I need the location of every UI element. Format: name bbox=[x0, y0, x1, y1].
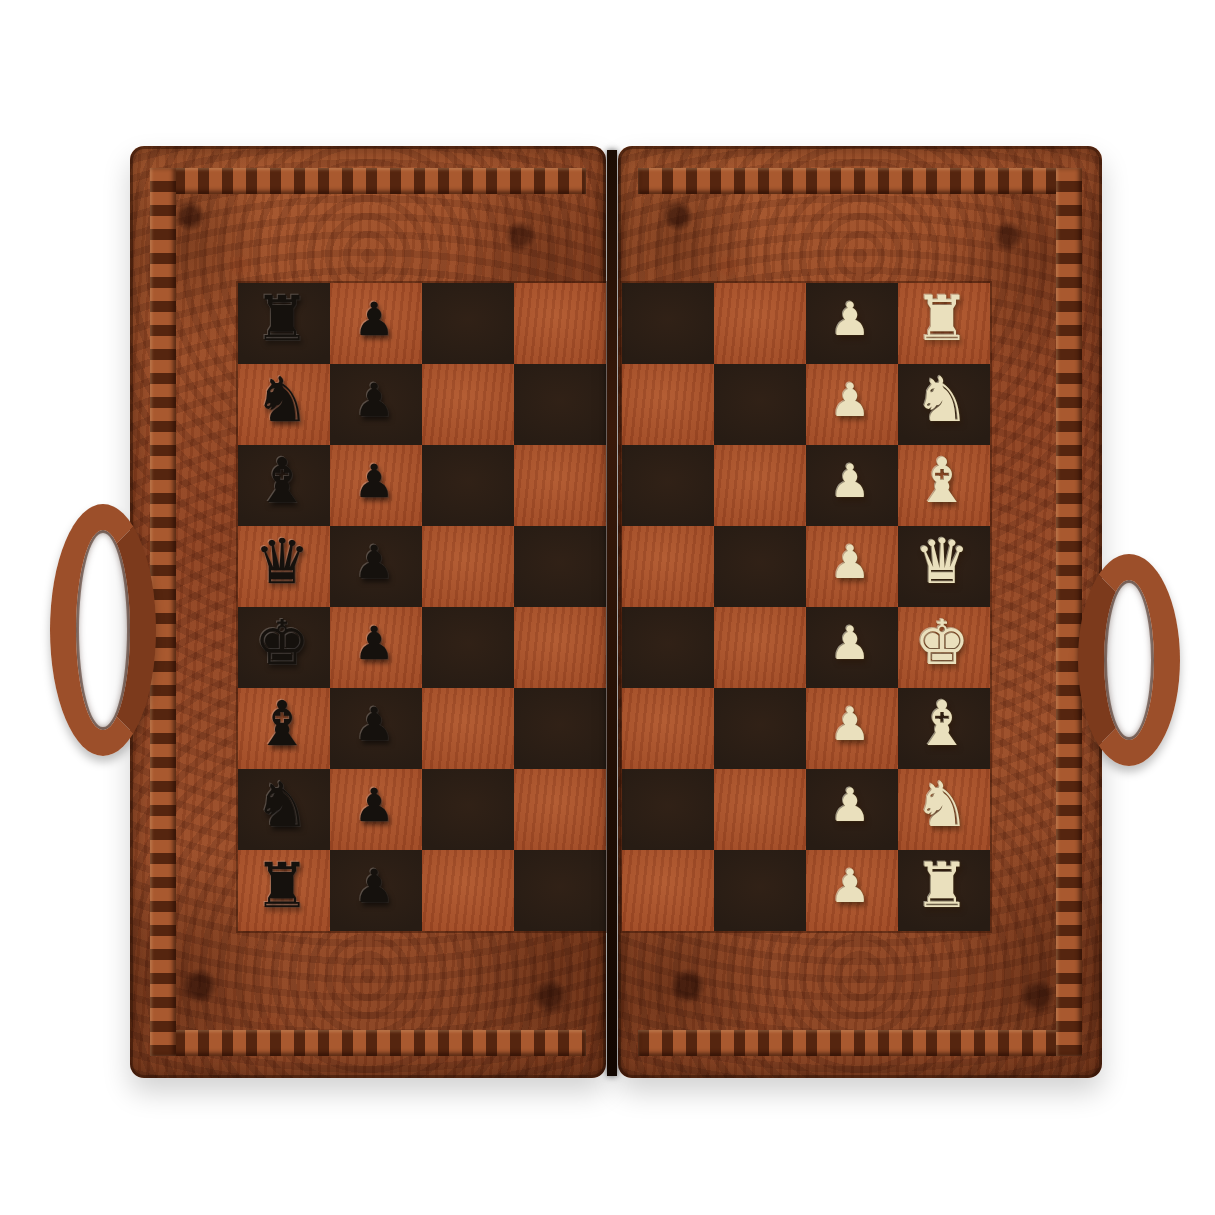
photo-scene: ♜♟♞♟♝♟♛♟♚♟♝♟♞♟♜♟ ♟♜♟♞♟♝♟♛♟♚♟♝♟♞♟♜ bbox=[0, 0, 1215, 1215]
white-pawn-piece[interactable]: ♟ bbox=[829, 539, 870, 585]
square-r4c1[interactable]: ♛ bbox=[238, 526, 330, 607]
square-r7c1[interactable]: ♞ bbox=[238, 769, 330, 850]
square-r8c5[interactable] bbox=[622, 850, 714, 931]
square-r2c1[interactable]: ♞ bbox=[238, 364, 330, 445]
square-r6c1[interactable]: ♝ bbox=[238, 688, 330, 769]
black-bishop-piece[interactable]: ♝ bbox=[254, 450, 310, 512]
white-pawn-piece[interactable]: ♟ bbox=[829, 782, 870, 828]
dentil-border bbox=[638, 1030, 1082, 1056]
white-pawn-piece[interactable]: ♟ bbox=[829, 458, 870, 504]
square-r2c3[interactable] bbox=[422, 364, 514, 445]
black-bishop-piece[interactable]: ♝ bbox=[254, 693, 310, 755]
square-r6c7[interactable]: ♟ bbox=[806, 688, 898, 769]
dentil-border bbox=[150, 1030, 586, 1056]
square-r8c1[interactable]: ♜ bbox=[238, 850, 330, 931]
black-rook-piece[interactable]: ♜ bbox=[254, 855, 310, 917]
square-r4c2[interactable]: ♟ bbox=[330, 526, 422, 607]
board-right-half: ♟♜♟♞♟♝♟♛♟♚♟♝♟♞♟♜ bbox=[618, 146, 1102, 1078]
square-r2c6[interactable] bbox=[714, 364, 806, 445]
white-rook-piece[interactable]: ♜ bbox=[914, 855, 970, 917]
square-r7c7[interactable]: ♟ bbox=[806, 769, 898, 850]
square-r8c2[interactable]: ♟ bbox=[330, 850, 422, 931]
white-rook-piece[interactable]: ♜ bbox=[914, 288, 970, 350]
square-r5c3[interactable] bbox=[422, 607, 514, 688]
left-carved-handle bbox=[50, 504, 156, 756]
square-r1c1[interactable]: ♜ bbox=[238, 283, 330, 364]
square-r4c3[interactable] bbox=[422, 526, 514, 607]
white-knight-piece[interactable]: ♞ bbox=[914, 774, 970, 836]
black-queen-piece[interactable]: ♛ bbox=[254, 531, 310, 593]
square-r7c5[interactable] bbox=[622, 769, 714, 850]
square-r2c5[interactable] bbox=[622, 364, 714, 445]
black-pawn-piece[interactable]: ♟ bbox=[353, 539, 394, 585]
white-king-piece[interactable]: ♚ bbox=[914, 612, 970, 674]
black-pawn-piece[interactable]: ♟ bbox=[353, 458, 394, 504]
square-r7c4[interactable] bbox=[514, 769, 606, 850]
white-knight-piece[interactable]: ♞ bbox=[914, 369, 970, 431]
square-r1c6[interactable] bbox=[714, 283, 806, 364]
square-r1c8[interactable]: ♜ bbox=[898, 283, 990, 364]
square-r5c5[interactable] bbox=[622, 607, 714, 688]
square-r7c6[interactable] bbox=[714, 769, 806, 850]
dentil-border bbox=[150, 168, 586, 194]
square-r6c4[interactable] bbox=[514, 688, 606, 769]
square-r6c6[interactable] bbox=[714, 688, 806, 769]
square-r3c7[interactable]: ♟ bbox=[806, 445, 898, 526]
square-r5c8[interactable]: ♚ bbox=[898, 607, 990, 688]
square-r6c3[interactable] bbox=[422, 688, 514, 769]
square-r4c4[interactable] bbox=[514, 526, 606, 607]
square-r3c4[interactable] bbox=[514, 445, 606, 526]
square-r2c7[interactable]: ♟ bbox=[806, 364, 898, 445]
square-r3c3[interactable] bbox=[422, 445, 514, 526]
white-bishop-piece[interactable]: ♝ bbox=[914, 693, 970, 755]
black-pawn-piece[interactable]: ♟ bbox=[353, 620, 394, 666]
black-knight-piece[interactable]: ♞ bbox=[254, 369, 310, 431]
square-r5c2[interactable]: ♟ bbox=[330, 607, 422, 688]
square-r5c7[interactable]: ♟ bbox=[806, 607, 898, 688]
folding-chess-box: ♜♟♞♟♝♟♛♟♚♟♝♟♞♟♜♟ ♟♜♟♞♟♝♟♛♟♚♟♝♟♞♟♜ bbox=[130, 146, 1102, 1080]
dentil-border bbox=[1056, 168, 1082, 1056]
white-pawn-piece[interactable]: ♟ bbox=[829, 701, 870, 747]
square-r2c2[interactable]: ♟ bbox=[330, 364, 422, 445]
square-r8c4[interactable] bbox=[514, 850, 606, 931]
square-r4c6[interactable] bbox=[714, 526, 806, 607]
black-pawn-piece[interactable]: ♟ bbox=[353, 701, 394, 747]
black-rook-piece[interactable]: ♜ bbox=[254, 288, 310, 350]
black-pawn-piece[interactable]: ♟ bbox=[353, 377, 394, 423]
right-carved-handle bbox=[1078, 554, 1180, 766]
square-r3c5[interactable] bbox=[622, 445, 714, 526]
white-pawn-piece[interactable]: ♟ bbox=[829, 863, 870, 909]
black-king-piece[interactable]: ♚ bbox=[254, 612, 310, 674]
white-pawn-piece[interactable]: ♟ bbox=[829, 296, 870, 342]
square-r6c2[interactable]: ♟ bbox=[330, 688, 422, 769]
black-knight-piece[interactable]: ♞ bbox=[254, 774, 310, 836]
white-pawn-piece[interactable]: ♟ bbox=[829, 620, 870, 666]
white-queen-piece[interactable]: ♛ bbox=[914, 531, 970, 593]
square-r1c5[interactable] bbox=[622, 283, 714, 364]
fold-seam bbox=[607, 150, 617, 1076]
square-r8c3[interactable] bbox=[422, 850, 514, 931]
square-r4c5[interactable] bbox=[622, 526, 714, 607]
square-r5c1[interactable]: ♚ bbox=[238, 607, 330, 688]
square-r2c8[interactable]: ♞ bbox=[898, 364, 990, 445]
square-r6c8[interactable]: ♝ bbox=[898, 688, 990, 769]
square-r1c7[interactable]: ♟ bbox=[806, 283, 898, 364]
square-r5c6[interactable] bbox=[714, 607, 806, 688]
right-board-grid: ♟♜♟♞♟♝♟♛♟♚♟♝♟♞♟♜ bbox=[622, 283, 990, 931]
black-pawn-piece[interactable]: ♟ bbox=[353, 863, 394, 909]
square-r8c8[interactable]: ♜ bbox=[898, 850, 990, 931]
square-r3c6[interactable] bbox=[714, 445, 806, 526]
dentil-border bbox=[638, 168, 1082, 194]
square-r3c2[interactable]: ♟ bbox=[330, 445, 422, 526]
square-r3c8[interactable]: ♝ bbox=[898, 445, 990, 526]
black-pawn-piece[interactable]: ♟ bbox=[353, 296, 394, 342]
square-r4c7[interactable]: ♟ bbox=[806, 526, 898, 607]
square-r7c2[interactable]: ♟ bbox=[330, 769, 422, 850]
square-r7c8[interactable]: ♞ bbox=[898, 769, 990, 850]
board-left-half: ♜♟♞♟♝♟♛♟♚♟♝♟♞♟♜♟ bbox=[130, 146, 606, 1078]
square-r6c5[interactable] bbox=[622, 688, 714, 769]
square-r4c8[interactable]: ♛ bbox=[898, 526, 990, 607]
left-board-grid: ♜♟♞♟♝♟♛♟♚♟♝♟♞♟♜♟ bbox=[238, 283, 606, 931]
square-r1c2[interactable]: ♟ bbox=[330, 283, 422, 364]
white-bishop-piece[interactable]: ♝ bbox=[914, 450, 970, 512]
black-pawn-piece[interactable]: ♟ bbox=[353, 782, 394, 828]
square-r3c1[interactable]: ♝ bbox=[238, 445, 330, 526]
square-r2c4[interactable] bbox=[514, 364, 606, 445]
square-r8c6[interactable] bbox=[714, 850, 806, 931]
square-r7c3[interactable] bbox=[422, 769, 514, 850]
white-pawn-piece[interactable]: ♟ bbox=[829, 377, 870, 423]
square-r1c3[interactable] bbox=[422, 283, 514, 364]
square-r5c4[interactable] bbox=[514, 607, 606, 688]
square-r1c4[interactable] bbox=[514, 283, 606, 364]
square-r8c7[interactable]: ♟ bbox=[806, 850, 898, 931]
